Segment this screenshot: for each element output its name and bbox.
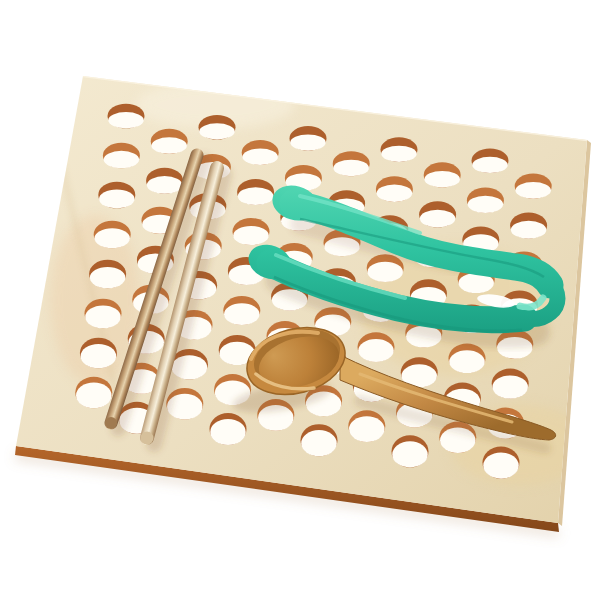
board-hole xyxy=(210,413,247,445)
board-hole xyxy=(301,424,338,456)
board-hole xyxy=(492,369,529,399)
board-hole xyxy=(151,129,188,154)
board-hole xyxy=(233,218,270,245)
board-hole xyxy=(467,188,504,214)
board-hole xyxy=(89,260,126,289)
board-hole xyxy=(290,126,327,151)
board-hole xyxy=(510,213,547,239)
board-hole xyxy=(348,410,385,442)
board-hole xyxy=(103,143,140,169)
board-hole xyxy=(98,182,135,209)
board-hole xyxy=(237,179,274,205)
board-hole xyxy=(94,221,131,249)
board-hole xyxy=(376,176,413,202)
board-hole xyxy=(392,435,429,467)
board-hole xyxy=(424,162,461,187)
board-hole xyxy=(242,140,279,165)
board-hole xyxy=(483,447,520,479)
board-hole xyxy=(449,344,486,374)
board-hole xyxy=(146,168,183,194)
board-hole xyxy=(472,149,509,174)
board-hole xyxy=(75,377,112,409)
board-hole xyxy=(381,137,418,162)
board-hole xyxy=(358,332,395,362)
pegboard-photo-svg xyxy=(0,0,600,600)
board-hole xyxy=(223,296,260,325)
board-hole xyxy=(419,201,456,227)
board-hole xyxy=(108,104,145,129)
chopstick-dark-end-grain xyxy=(105,417,117,429)
board-hole xyxy=(85,299,122,329)
board-hole xyxy=(80,338,117,369)
board-hole xyxy=(199,115,236,140)
chopstick-light-end-grain xyxy=(141,432,154,445)
product-photo-scene xyxy=(0,0,600,600)
board-hole xyxy=(333,151,370,176)
board-hole xyxy=(515,174,552,199)
